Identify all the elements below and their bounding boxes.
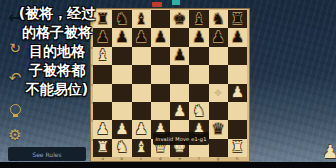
white-bishop[interactable]: ♝	[134, 140, 147, 155]
square-d3[interactable]	[151, 102, 170, 120]
black-rook[interactable]: ♜	[231, 12, 244, 27]
see-rules-button[interactable]: See Rules	[8, 147, 86, 161]
caption-line: 子被将都	[4, 61, 110, 80]
caption-line: (被将，经过	[4, 4, 110, 23]
square-c3[interactable]	[132, 102, 151, 120]
square-g2[interactable]: ♛	[209, 120, 228, 138]
caption-line: 的格子被将	[4, 23, 110, 42]
black-king[interactable]: ♚	[173, 12, 186, 27]
file-label: d	[151, 157, 170, 161]
square-h1[interactable]: ♜	[228, 139, 247, 157]
black-pawn[interactable]: ♟	[231, 30, 244, 45]
app-screen: ↩ ↻ ↶ ⚙ (被将，经过 的格子被将 目的地格 子被将都 不能易位) ♜♞♝…	[0, 0, 336, 168]
black-pawn[interactable]: ♟	[173, 48, 186, 63]
black-queen[interactable]: ♛	[211, 122, 224, 137]
square-f8[interactable]: ♝	[189, 10, 208, 28]
letterbox-bar	[0, 162, 336, 168]
lightbulb-icon	[10, 104, 21, 115]
white-pawn[interactable]: ♟	[134, 122, 147, 137]
file-label: g	[209, 157, 228, 161]
top-teal-indicator	[172, 0, 180, 5]
rank-label: 2	[91, 120, 93, 138]
black-pawn[interactable]: ♟	[134, 30, 147, 45]
square-g3[interactable]	[209, 102, 228, 120]
square-h4[interactable]: ♟	[228, 84, 247, 102]
square-g5[interactable]	[209, 65, 228, 83]
square-g1[interactable]	[209, 139, 228, 157]
square-h7[interactable]: ♟	[228, 28, 247, 46]
square-c4[interactable]	[132, 84, 151, 102]
top-red-indicator	[152, 2, 162, 7]
rank-label: 3	[91, 102, 93, 120]
square-c2[interactable]: ♟	[132, 120, 151, 138]
invalid-move-tooltip: Invalid Move e1-g1	[153, 132, 209, 145]
square-c5[interactable]	[132, 65, 151, 83]
square-b8[interactable]: ♞	[112, 10, 131, 28]
square-e3[interactable]: ♟	[170, 102, 189, 120]
square-d8[interactable]	[151, 10, 170, 28]
square-g4[interactable]: ✥	[209, 84, 228, 102]
square-g8[interactable]: ♞	[209, 10, 228, 28]
square-b3[interactable]	[112, 102, 131, 120]
square-h2[interactable]	[228, 120, 247, 138]
white-pawn[interactable]: ♟	[96, 122, 109, 137]
square-b4[interactable]	[112, 84, 131, 102]
square-f6[interactable]	[189, 47, 208, 65]
caption-overlay: (被将，经过 的格子被将 目的地格 子被将都 不能易位)	[4, 4, 110, 99]
caption-line: 不能易位)	[4, 80, 110, 99]
black-pawn[interactable]: ♟	[211, 30, 224, 45]
square-b6[interactable]	[112, 47, 131, 65]
file-label: b	[112, 157, 131, 161]
square-e7[interactable]	[170, 28, 189, 46]
black-knight[interactable]: ♞	[115, 12, 128, 27]
file-label: h	[228, 157, 247, 161]
square-a1[interactable]: ♜	[93, 139, 112, 157]
square-c8[interactable]: ♝	[132, 10, 151, 28]
white-pawn[interactable]: ♟	[173, 104, 186, 119]
square-c6[interactable]	[132, 47, 151, 65]
file-label: c	[132, 157, 151, 161]
black-pawn[interactable]: ♟	[115, 30, 128, 45]
square-e8[interactable]: ♚	[170, 10, 189, 28]
black-bishop[interactable]: ♝	[134, 12, 147, 27]
square-g7[interactable]: ♟	[209, 28, 228, 46]
square-f7[interactable]: ♟	[189, 28, 208, 46]
square-f3[interactable]: ♞	[189, 102, 208, 120]
white-pawn[interactable]: ♟	[231, 85, 244, 100]
square-e4[interactable]	[170, 84, 189, 102]
square-b7[interactable]: ♟	[112, 28, 131, 46]
square-h3[interactable]	[228, 102, 247, 120]
square-e6[interactable]: ♟	[170, 47, 189, 65]
black-pawn[interactable]: ♟	[154, 30, 167, 45]
square-d6[interactable]	[151, 47, 170, 65]
settings-gear-icon[interactable]: ⚙	[5, 125, 25, 145]
square-a2[interactable]: ♟	[93, 120, 112, 138]
square-c1[interactable]: ♝	[132, 139, 151, 157]
captured-pawn-icon: ♟	[322, 141, 336, 162]
black-bishop[interactable]: ♝	[192, 12, 205, 27]
square-f4[interactable]	[189, 84, 208, 102]
square-d4[interactable]	[151, 84, 170, 102]
black-knight[interactable]: ♞	[211, 12, 224, 27]
square-e5[interactable]	[170, 65, 189, 83]
square-d7[interactable]: ♟	[151, 28, 170, 46]
move-marker-icon: ✥	[214, 88, 222, 98]
square-b1[interactable]: ♞	[112, 139, 131, 157]
file-label: a	[93, 157, 112, 161]
square-b2[interactable]: ♟	[112, 120, 131, 138]
caption-line: 目的地格	[4, 42, 110, 61]
square-h6[interactable]	[228, 47, 247, 65]
square-f5[interactable]	[189, 65, 208, 83]
black-pawn[interactable]: ♟	[192, 30, 205, 45]
file-label: e	[170, 157, 189, 161]
square-g6[interactable]	[209, 47, 228, 65]
square-h8[interactable]: ♜	[228, 10, 247, 28]
white-rook[interactable]: ♜	[96, 140, 109, 155]
square-c7[interactable]: ♟	[132, 28, 151, 46]
square-a3[interactable]	[93, 102, 112, 120]
white-knight[interactable]: ♞	[115, 140, 128, 155]
square-h5[interactable]	[228, 65, 247, 83]
square-b5[interactable]	[112, 65, 131, 83]
white-knight[interactable]: ♞	[192, 104, 205, 119]
rank-label: 1	[91, 139, 93, 157]
hint-icon[interactable]	[5, 99, 25, 119]
white-rook[interactable]: ♜	[231, 140, 244, 155]
white-pawn[interactable]: ♟	[115, 122, 128, 137]
file-label: f	[189, 157, 208, 161]
file-labels: abcdefgh	[93, 157, 247, 161]
square-d5[interactable]	[151, 65, 170, 83]
